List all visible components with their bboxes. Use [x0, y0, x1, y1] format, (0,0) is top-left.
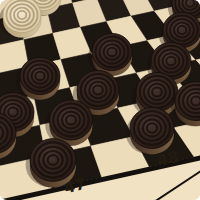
white-piece[interactable]	[0, 0, 41, 38]
piece-face	[130, 108, 174, 149]
piece-face	[30, 139, 76, 182]
piece-face	[20, 57, 60, 94]
checkers-board: 4748	[0, 0, 200, 200]
piece-face	[50, 100, 93, 140]
checkers-board-photo: 4748	[0, 0, 200, 200]
piece-face	[92, 33, 132, 70]
